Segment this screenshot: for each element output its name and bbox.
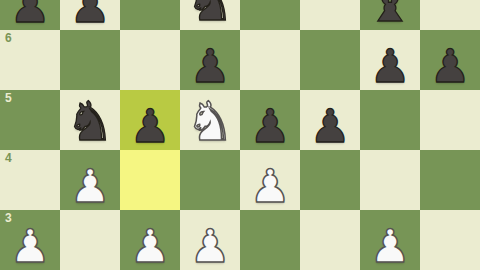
square-f7[interactable] xyxy=(300,0,360,30)
square-c7[interactable] xyxy=(120,0,180,30)
square-h4[interactable] xyxy=(420,150,480,210)
square-e5[interactable]: ♟ xyxy=(240,90,300,150)
rank-label-4: 4 xyxy=(5,152,12,164)
square-f3[interactable] xyxy=(300,210,360,270)
black-pawn[interactable]: ♟ xyxy=(9,0,50,29)
square-e4[interactable]: ♟ xyxy=(240,150,300,210)
black-pawn[interactable]: ♟ xyxy=(249,103,290,149)
square-d3[interactable]: ♟ xyxy=(180,210,240,270)
square-e7[interactable] xyxy=(240,0,300,30)
square-a7[interactable]: ♟ xyxy=(0,0,60,30)
black-pawn[interactable]: ♟ xyxy=(429,43,470,89)
black-pawn[interactable]: ♟ xyxy=(369,43,410,89)
square-d5[interactable]: ♞ xyxy=(180,90,240,150)
square-c6[interactable] xyxy=(120,30,180,90)
black-bishop[interactable]: ♝ xyxy=(367,0,414,29)
black-pawn[interactable]: ♟ xyxy=(69,0,110,29)
square-a3[interactable]: 3♟ xyxy=(0,210,60,270)
chess-board-viewport: ♟♟♞♝6♟♟♟5♞♟♞♟♟4♟♟3♟♟♟♟ xyxy=(0,0,480,270)
square-d6[interactable]: ♟ xyxy=(180,30,240,90)
square-c4[interactable] xyxy=(120,150,180,210)
black-pawn[interactable]: ♟ xyxy=(309,103,350,149)
square-b4[interactable]: ♟ xyxy=(60,150,120,210)
square-e6[interactable] xyxy=(240,30,300,90)
square-b6[interactable] xyxy=(60,30,120,90)
square-a4[interactable]: 4 xyxy=(0,150,60,210)
white-knight[interactable]: ♞ xyxy=(186,95,234,149)
white-pawn[interactable]: ♟ xyxy=(129,223,170,269)
square-a6[interactable]: 6 xyxy=(0,30,60,90)
chess-board: ♟♟♞♝6♟♟♟5♞♟♞♟♟4♟♟3♟♟♟♟ xyxy=(0,0,480,270)
square-h7[interactable] xyxy=(420,0,480,30)
square-d4[interactable] xyxy=(180,150,240,210)
square-g6[interactable]: ♟ xyxy=(360,30,420,90)
square-b5[interactable]: ♞ xyxy=(60,90,120,150)
square-f6[interactable] xyxy=(300,30,360,90)
white-pawn[interactable]: ♟ xyxy=(249,163,290,209)
rank-label-6: 6 xyxy=(5,32,12,44)
white-pawn[interactable]: ♟ xyxy=(189,223,230,269)
square-g7[interactable]: ♝ xyxy=(360,0,420,30)
square-f4[interactable] xyxy=(300,150,360,210)
square-h5[interactable] xyxy=(420,90,480,150)
white-pawn[interactable]: ♟ xyxy=(69,163,110,209)
square-d7[interactable]: ♞ xyxy=(180,0,240,30)
square-c3[interactable]: ♟ xyxy=(120,210,180,270)
black-knight[interactable]: ♞ xyxy=(66,95,114,149)
square-g4[interactable] xyxy=(360,150,420,210)
white-pawn[interactable]: ♟ xyxy=(9,223,50,269)
rank-label-5: 5 xyxy=(5,92,12,104)
black-pawn[interactable]: ♟ xyxy=(129,103,170,149)
black-knight[interactable]: ♞ xyxy=(186,0,234,29)
square-h6[interactable]: ♟ xyxy=(420,30,480,90)
square-g3[interactable]: ♟ xyxy=(360,210,420,270)
square-b3[interactable] xyxy=(60,210,120,270)
square-h3[interactable] xyxy=(420,210,480,270)
white-pawn[interactable]: ♟ xyxy=(369,223,410,269)
square-c5[interactable]: ♟ xyxy=(120,90,180,150)
square-e3[interactable] xyxy=(240,210,300,270)
square-g5[interactable] xyxy=(360,90,420,150)
square-f5[interactable]: ♟ xyxy=(300,90,360,150)
square-b7[interactable]: ♟ xyxy=(60,0,120,30)
square-a5[interactable]: 5 xyxy=(0,90,60,150)
black-pawn[interactable]: ♟ xyxy=(189,43,230,89)
